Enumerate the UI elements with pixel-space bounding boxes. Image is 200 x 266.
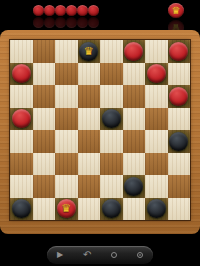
square-r4c6[interactable] [123, 108, 146, 131]
play-icon[interactable]: ▶ [57, 251, 63, 259]
red-piece[interactable] [147, 64, 166, 83]
square-r5c1[interactable] [10, 130, 33, 153]
square-r1c1[interactable] [10, 40, 33, 63]
square-r7c4[interactable] [78, 175, 101, 198]
square-r4c8[interactable] [168, 108, 191, 131]
square-r3c5[interactable] [100, 85, 123, 108]
captured-row-reflection [33, 17, 99, 28]
square-r6c8[interactable] [168, 153, 191, 176]
captured-red-piece [33, 5, 44, 16]
square-r2c3[interactable] [55, 63, 78, 86]
captured-red-piece [44, 17, 55, 28]
captured-row [33, 5, 99, 16]
square-r8c1[interactable] [10, 198, 33, 221]
square-r8c4[interactable] [78, 198, 101, 221]
board-grid: ♛♛ [10, 40, 190, 220]
square-r5c4[interactable] [78, 130, 101, 153]
captured-red-piece [44, 5, 55, 16]
square-r7c2[interactable] [33, 175, 56, 198]
black-piece[interactable] [12, 199, 31, 218]
square-r4c1[interactable] [10, 108, 33, 131]
crown-icon: ♛ [61, 203, 71, 214]
square-r2c7[interactable] [145, 63, 168, 86]
square-r5c7[interactable] [145, 130, 168, 153]
crown-icon: ♛ [84, 46, 94, 57]
square-r5c8[interactable] [168, 130, 191, 153]
square-r3c1[interactable] [10, 85, 33, 108]
square-r5c2[interactable] [33, 130, 56, 153]
square-r7c7[interactable] [145, 175, 168, 198]
black-piece[interactable] [102, 109, 121, 128]
square-r8c8[interactable] [168, 198, 191, 221]
square-r8c3[interactable]: ♛ [55, 198, 78, 221]
settings-icon[interactable] [111, 252, 117, 258]
square-r2c8[interactable] [168, 63, 191, 86]
square-r1c8[interactable] [168, 40, 191, 63]
captured-red-piece [66, 5, 77, 16]
square-r6c6[interactable] [123, 153, 146, 176]
square-r3c2[interactable] [33, 85, 56, 108]
turn-red-king: ♛ [168, 3, 184, 18]
square-r3c6[interactable] [123, 85, 146, 108]
square-r8c7[interactable] [145, 198, 168, 221]
square-r6c3[interactable] [55, 153, 78, 176]
square-r2c6[interactable] [123, 63, 146, 86]
captured-red-piece [55, 5, 66, 16]
red-piece[interactable] [12, 109, 31, 128]
captured-red-piece [33, 17, 44, 28]
undo-icon[interactable]: ↶ [83, 250, 91, 260]
black-piece[interactable] [147, 199, 166, 218]
square-r5c5[interactable] [100, 130, 123, 153]
square-r6c5[interactable] [100, 153, 123, 176]
square-r8c5[interactable] [100, 198, 123, 221]
captured-red-piece [88, 5, 99, 16]
bottom-bar: ▶ ↶ [0, 234, 200, 266]
help-icon[interactable] [137, 252, 143, 258]
square-r3c4[interactable] [78, 85, 101, 108]
square-r8c6[interactable] [123, 198, 146, 221]
square-r1c5[interactable] [100, 40, 123, 63]
black-piece[interactable] [169, 132, 188, 151]
square-r1c6[interactable] [123, 40, 146, 63]
captured-red-piece [77, 5, 88, 16]
checkers-board: ♛♛ [0, 30, 200, 234]
square-r7c3[interactable] [55, 175, 78, 198]
square-r4c7[interactable] [145, 108, 168, 131]
square-r6c4[interactable] [78, 153, 101, 176]
captured-red-piece [55, 17, 66, 28]
square-r1c2[interactable] [33, 40, 56, 63]
captured-red-piece [66, 17, 77, 28]
square-r5c6[interactable] [123, 130, 146, 153]
black-king[interactable]: ♛ [79, 42, 98, 61]
square-r7c8[interactable] [168, 175, 191, 198]
square-r1c7[interactable] [145, 40, 168, 63]
square-r3c7[interactable] [145, 85, 168, 108]
red-piece[interactable] [124, 42, 143, 61]
black-piece[interactable] [102, 199, 121, 218]
square-r5c3[interactable] [55, 130, 78, 153]
captured-red-piece [88, 17, 99, 28]
red-piece[interactable] [169, 87, 188, 106]
square-r6c1[interactable] [10, 153, 33, 176]
square-r7c6[interactable] [123, 175, 146, 198]
square-r1c3[interactable] [55, 40, 78, 63]
square-r4c3[interactable] [55, 108, 78, 131]
square-r3c8[interactable] [168, 85, 191, 108]
app-screen: ♛ ♛ ♛♛ ▶ ↶ [0, 0, 200, 266]
square-r4c4[interactable] [78, 108, 101, 131]
square-r6c2[interactable] [33, 153, 56, 176]
square-r4c5[interactable] [100, 108, 123, 131]
square-r2c4[interactable] [78, 63, 101, 86]
square-r2c2[interactable] [33, 63, 56, 86]
red-king[interactable]: ♛ [57, 199, 76, 218]
square-r3c3[interactable] [55, 85, 78, 108]
square-r7c5[interactable] [100, 175, 123, 198]
square-r4c2[interactable] [33, 108, 56, 131]
square-r1c4[interactable]: ♛ [78, 40, 101, 63]
square-r7c1[interactable] [10, 175, 33, 198]
black-piece[interactable] [124, 177, 143, 196]
top-bar: ♛ ♛ [0, 0, 200, 30]
square-r8c2[interactable] [33, 198, 56, 221]
red-piece[interactable] [169, 42, 188, 61]
square-r2c1[interactable] [10, 63, 33, 86]
crown-icon: ♛ [172, 6, 181, 16]
square-r6c7[interactable] [145, 153, 168, 176]
red-piece[interactable] [12, 64, 31, 83]
captured-tray [33, 5, 99, 28]
captured-red-piece [77, 17, 88, 28]
square-r2c5[interactable] [100, 63, 123, 86]
toolbar: ▶ ↶ [47, 246, 153, 264]
